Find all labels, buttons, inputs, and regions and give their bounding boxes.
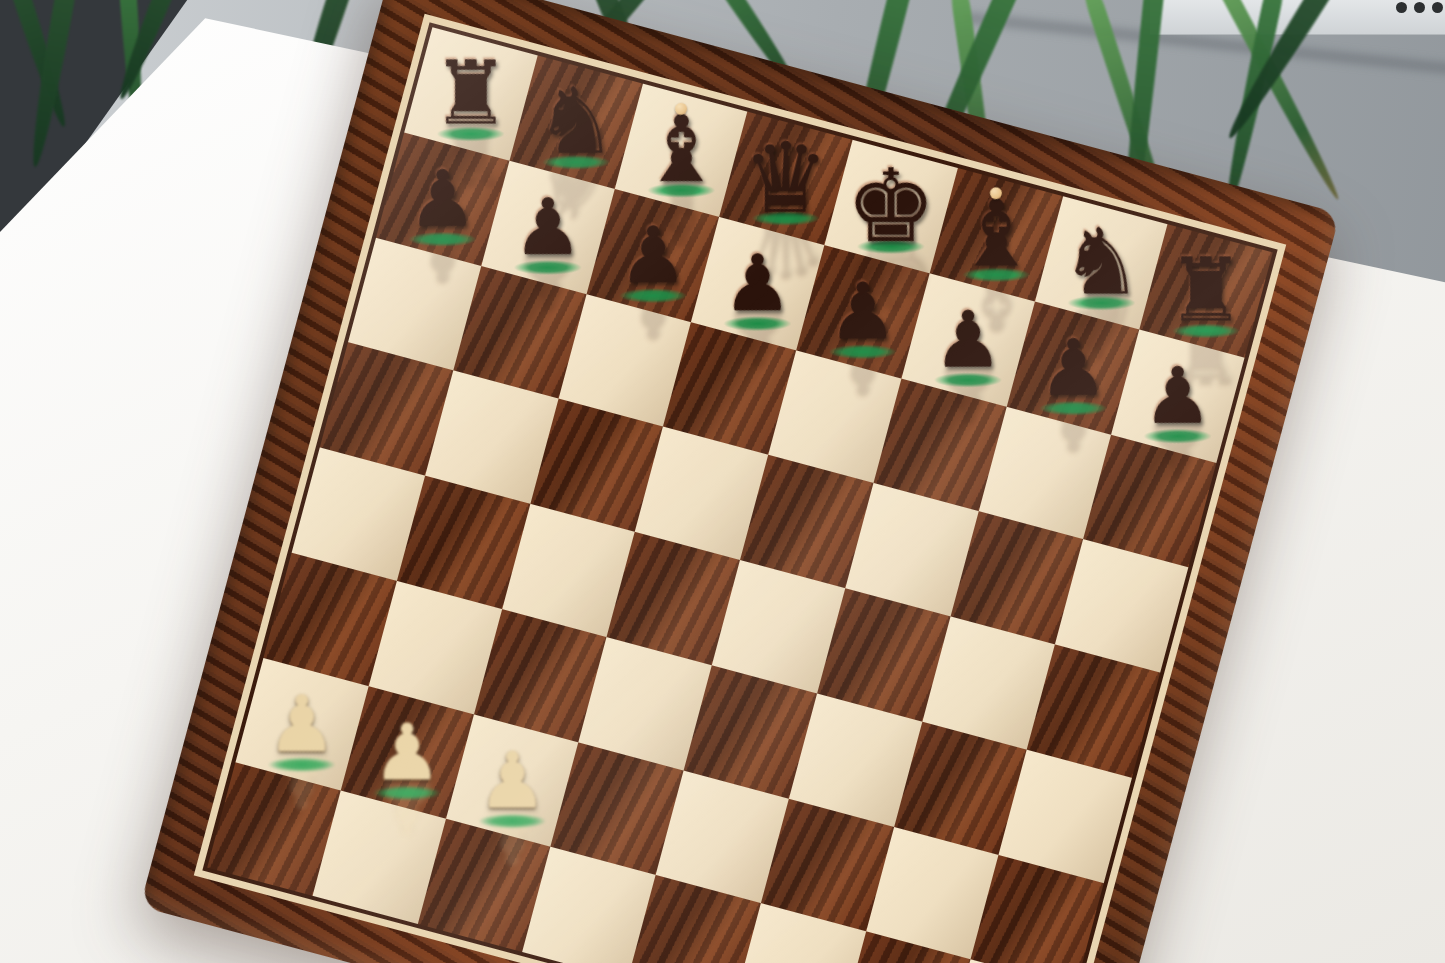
vent-hole [1396,2,1407,13]
photo-scene: ♜♞♝♛♚♝♞♜♟♟♟♟♟♟♟♟♟♟♟ [0,0,1445,963]
square-h8: ♜ [1140,224,1273,357]
piece-black-pawn: ♟ [703,229,812,338]
piece-black-pawn: ♟ [598,201,707,310]
piece-black-pawn: ♟ [1019,313,1128,422]
square-b7: ♟ [481,160,614,293]
bishop-finial [675,103,687,115]
square-a2: ♟ [235,658,368,791]
piece-black-bishop: ♝ [627,96,736,205]
square-d8: ♛ [719,112,852,245]
piece-black-queen: ♛ [732,124,841,233]
square-h7: ♟ [1111,329,1244,462]
square-c2: ♟ [445,714,578,847]
piece-black-pawn: ♟ [388,145,497,254]
square-b2: ♟ [340,686,473,819]
piece-black-king: ♚ [837,152,946,261]
board-inlay-line: ♜♞♝♛♚♝♞♜♟♟♟♟♟♟♟♟♟♟♟ [194,14,1286,963]
piece-white-pawn: ♟ [353,698,462,807]
vent-hole [1432,2,1443,13]
piece-black-pawn: ♟ [809,257,918,366]
piece-black-pawn: ♟ [914,285,1023,394]
square-f7: ♟ [901,273,1034,406]
square-g7: ♟ [1006,301,1139,434]
piece-black-pawn: ♟ [493,173,602,282]
bishop-finial [990,187,1002,199]
piece-black-knight: ♞ [522,68,631,177]
square-e7: ♟ [796,245,929,378]
square-f8: ♝ [929,168,1062,301]
square-a8: ♜ [404,27,537,160]
vent-hole [1414,2,1425,13]
piece-black-rook: ♜ [1152,236,1261,345]
square-c7: ♟ [586,189,719,322]
square-g8: ♞ [1035,196,1168,329]
piece-black-bishop: ♝ [942,180,1051,289]
piece-white-pawn: ♟ [458,726,567,835]
piece-black-rook: ♜ [416,39,525,148]
square-d7: ♟ [691,217,824,350]
square-e8: ♚ [824,140,957,273]
piece-white-pawn: ♟ [248,670,357,779]
square-b8: ♞ [509,55,642,188]
board-grid: ♜♞♝♛♚♝♞♜♟♟♟♟♟♟♟♟♟♟♟ [202,22,1277,963]
square-c8: ♝ [614,84,747,217]
piece-black-pawn: ♟ [1124,342,1233,451]
square-a7: ♟ [376,132,509,265]
piece-black-knight: ♞ [1047,208,1156,317]
